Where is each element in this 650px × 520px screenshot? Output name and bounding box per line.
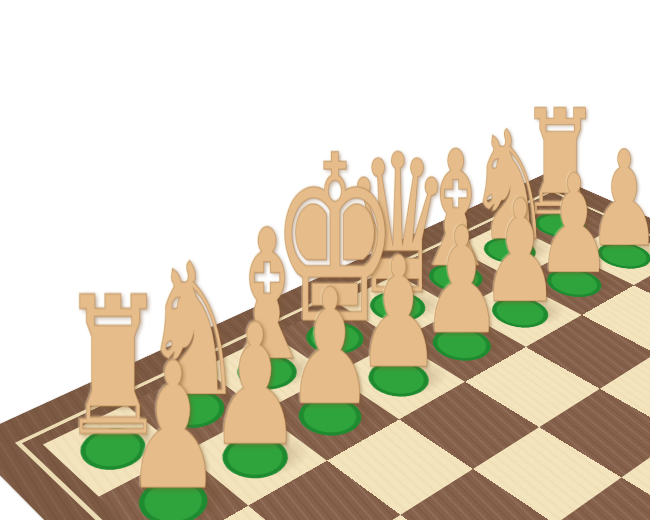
white-pawn-glyph: ♟ [124,339,222,515]
chess-set-photo: ♜♞♟♝♟♛♟♚♟♝♟♞♟♜♟♟ [0,0,650,520]
white-pawn-glyph: ♟ [208,302,301,470]
board-grid: ♜♞♟♝♟♛♟♚♟♝♟♞♟♜♟♟ [43,199,650,520]
chess-board: ♜♞♟♝♟♛♟♚♟♝♟♞♟♜♟♟ [0,173,650,520]
